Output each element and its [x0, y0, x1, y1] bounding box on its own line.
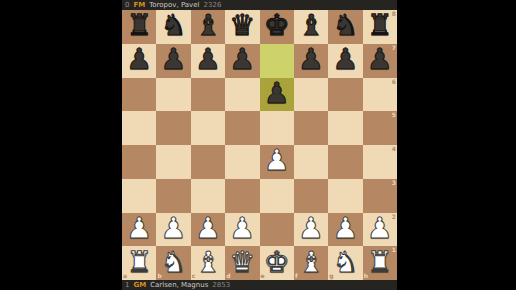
square-f5[interactable] [294, 111, 328, 145]
square-b3[interactable] [156, 179, 190, 213]
coordinate-rank-7: 7 [392, 45, 396, 51]
coordinate-file-d: d [226, 273, 230, 279]
square-f3[interactable] [294, 179, 328, 213]
coordinate-file-e: e [261, 273, 265, 279]
coordinate-rank-8: 8 [392, 11, 396, 17]
black-pawn[interactable]: ♟ [126, 45, 152, 74]
black-bishop[interactable]: ♝ [195, 11, 221, 40]
square-h1[interactable]: ♜1h [363, 246, 397, 280]
square-e6[interactable]: ♟ [260, 78, 294, 112]
chess-board[interactable]: ♜♞♝♛♚♝♞♜8♟♟♟♟♟♟♟7♟65♟43♟♟♟♟♟♟♟2♜a♞b♝c♛d♚… [122, 10, 397, 280]
square-a2[interactable]: ♟ [122, 213, 156, 247]
coordinate-file-a: a [123, 273, 127, 279]
bottom-player-bar: 1 GM Carlsen, Magnus 2853 [122, 280, 397, 290]
square-h4[interactable]: 4 [363, 145, 397, 179]
white-bishop[interactable]: ♝ [195, 248, 221, 277]
square-c1[interactable]: ♝c [191, 246, 225, 280]
square-c4[interactable] [191, 145, 225, 179]
square-a5[interactable] [122, 111, 156, 145]
square-b2[interactable]: ♟ [156, 213, 190, 247]
black-pawn[interactable]: ♟ [367, 45, 393, 74]
white-rook[interactable]: ♜ [367, 248, 393, 277]
square-f8[interactable]: ♝ [294, 10, 328, 44]
square-a7[interactable]: ♟ [122, 44, 156, 78]
square-b1[interactable]: ♞b [156, 246, 190, 280]
coordinate-file-h: h [364, 273, 368, 279]
square-e2[interactable] [260, 213, 294, 247]
square-d8[interactable]: ♛ [225, 10, 259, 44]
square-f2[interactable]: ♟ [294, 213, 328, 247]
black-bishop[interactable]: ♝ [298, 11, 324, 40]
square-d4[interactable] [225, 145, 259, 179]
square-c6[interactable] [191, 78, 225, 112]
square-d6[interactable] [225, 78, 259, 112]
square-h6[interactable]: 6 [363, 78, 397, 112]
square-h2[interactable]: ♟2 [363, 213, 397, 247]
white-pawn[interactable]: ♟ [367, 214, 393, 243]
square-f4[interactable] [294, 145, 328, 179]
square-g7[interactable]: ♟ [328, 44, 362, 78]
bottom-player-rating: 2853 [212, 280, 230, 290]
coordinate-rank-5: 5 [392, 112, 396, 118]
square-g5[interactable] [328, 111, 362, 145]
black-pawn[interactable]: ♟ [195, 45, 221, 74]
square-d1[interactable]: ♛d [225, 246, 259, 280]
square-h8[interactable]: ♜8 [363, 10, 397, 44]
white-pawn[interactable]: ♟ [195, 214, 221, 243]
square-e5[interactable] [260, 111, 294, 145]
square-f6[interactable] [294, 78, 328, 112]
square-b8[interactable]: ♞ [156, 10, 190, 44]
bottom-player-score: 1 [125, 280, 129, 290]
white-king[interactable]: ♚ [264, 248, 290, 277]
square-e8[interactable]: ♚ [260, 10, 294, 44]
square-c2[interactable]: ♟ [191, 213, 225, 247]
square-g6[interactable] [328, 78, 362, 112]
square-g3[interactable] [328, 179, 362, 213]
bottom-player-title: GM [133, 280, 146, 290]
square-g1[interactable]: ♞g [328, 246, 362, 280]
square-b4[interactable] [156, 145, 190, 179]
white-knight[interactable]: ♞ [161, 248, 187, 277]
square-a6[interactable] [122, 78, 156, 112]
square-h5[interactable]: 5 [363, 111, 397, 145]
white-bishop[interactable]: ♝ [298, 248, 324, 277]
black-pawn[interactable]: ♟ [264, 79, 290, 108]
letterbox-background: 0 FM Toropov, Pavel 2326 ♜♞♝♛♚♝♞♜8♟♟♟♟♟♟… [0, 0, 516, 290]
black-queen[interactable]: ♛ [229, 11, 255, 40]
coordinate-rank-3: 3 [392, 180, 396, 186]
white-pawn[interactable]: ♟ [161, 214, 187, 243]
black-pawn[interactable]: ♟ [332, 45, 358, 74]
square-e4[interactable]: ♟ [260, 145, 294, 179]
board-panel: 0 FM Toropov, Pavel 2326 ♜♞♝♛♚♝♞♜8♟♟♟♟♟♟… [122, 0, 397, 290]
square-e3[interactable] [260, 179, 294, 213]
white-pawn[interactable]: ♟ [126, 214, 152, 243]
square-d3[interactable] [225, 179, 259, 213]
square-d2[interactable]: ♟ [225, 213, 259, 247]
coordinate-file-g: g [329, 273, 333, 279]
square-b6[interactable] [156, 78, 190, 112]
square-a1[interactable]: ♜a [122, 246, 156, 280]
white-pawn[interactable]: ♟ [264, 146, 290, 175]
white-rook[interactable]: ♜ [126, 248, 152, 277]
black-pawn[interactable]: ♟ [161, 45, 187, 74]
coordinate-file-b: b [157, 273, 161, 279]
square-a8[interactable]: ♜ [122, 10, 156, 44]
coordinate-rank-1: 1 [392, 247, 396, 253]
square-f7[interactable]: ♟ [294, 44, 328, 78]
square-b7[interactable]: ♟ [156, 44, 190, 78]
square-a4[interactable] [122, 145, 156, 179]
white-knight[interactable]: ♞ [332, 248, 358, 277]
square-g2[interactable]: ♟ [328, 213, 362, 247]
square-g4[interactable] [328, 145, 362, 179]
square-e1[interactable]: ♚e [260, 246, 294, 280]
black-pawn[interactable]: ♟ [298, 45, 324, 74]
black-knight[interactable]: ♞ [161, 11, 187, 40]
square-d5[interactable] [225, 111, 259, 145]
black-rook[interactable]: ♜ [367, 11, 393, 40]
coordinate-file-c: c [192, 273, 196, 279]
square-c8[interactable]: ♝ [191, 10, 225, 44]
white-pawn[interactable]: ♟ [298, 214, 324, 243]
square-c7[interactable]: ♟ [191, 44, 225, 78]
bottom-player-name[interactable]: Carlsen, Magnus [150, 280, 208, 290]
square-d7[interactable]: ♟ [225, 44, 259, 78]
white-pawn[interactable]: ♟ [229, 214, 255, 243]
black-knight[interactable]: ♞ [332, 11, 358, 40]
square-c3[interactable] [191, 179, 225, 213]
square-c5[interactable] [191, 111, 225, 145]
square-h3[interactable]: 3 [363, 179, 397, 213]
coordinate-file-f: f [295, 273, 298, 279]
square-g8[interactable]: ♞ [328, 10, 362, 44]
black-pawn[interactable]: ♟ [229, 45, 255, 74]
square-h7[interactable]: ♟7 [363, 44, 397, 78]
coordinate-rank-6: 6 [392, 79, 396, 85]
coordinate-rank-4: 4 [392, 146, 396, 152]
black-king[interactable]: ♚ [264, 11, 290, 40]
square-e7[interactable] [260, 44, 294, 78]
square-b5[interactable] [156, 111, 190, 145]
coordinate-rank-2: 2 [392, 214, 396, 220]
square-a3[interactable] [122, 179, 156, 213]
black-rook[interactable]: ♜ [126, 11, 152, 40]
white-pawn[interactable]: ♟ [332, 214, 358, 243]
white-queen[interactable]: ♛ [229, 248, 255, 277]
square-f1[interactable]: ♝f [294, 246, 328, 280]
